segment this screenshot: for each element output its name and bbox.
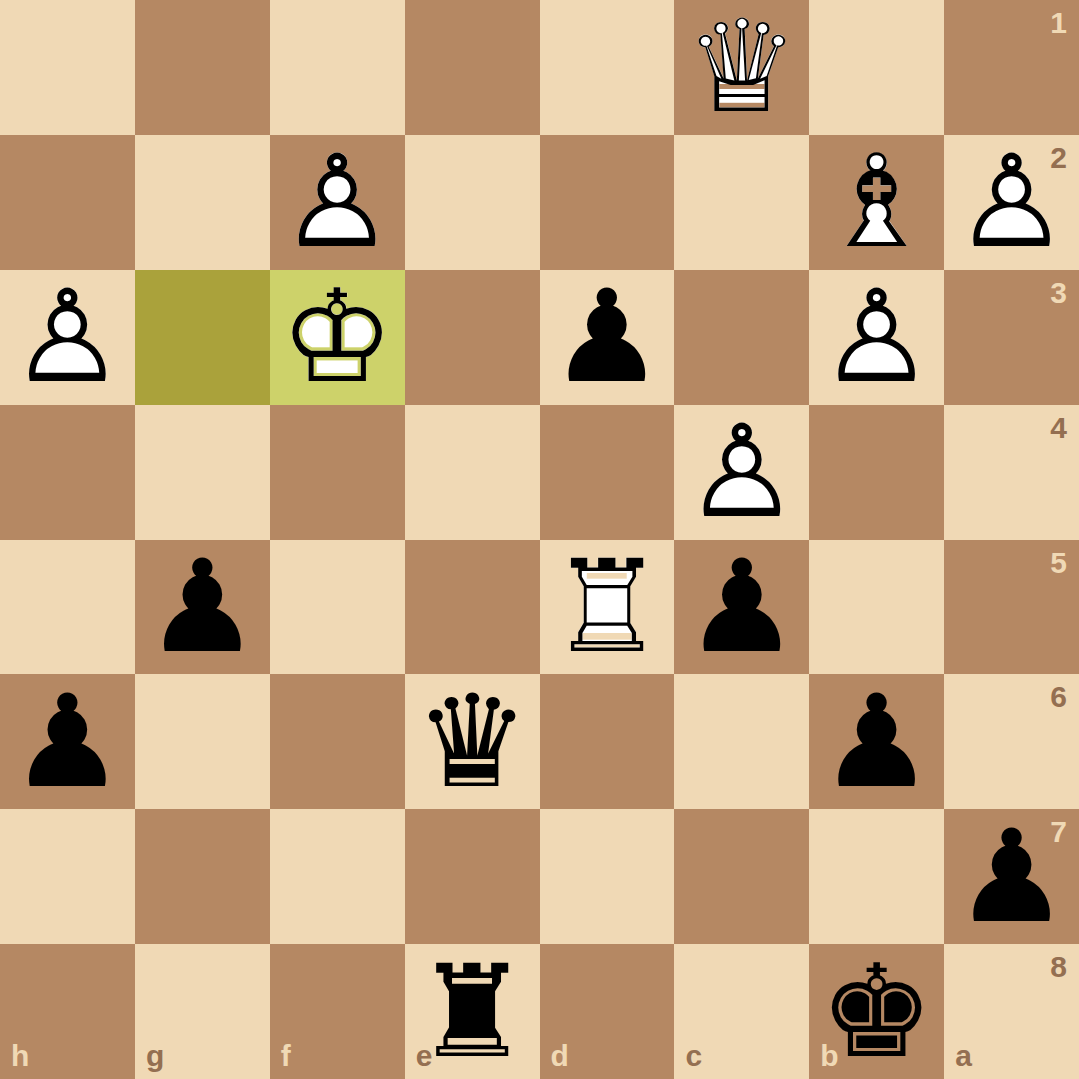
- file-label-h: h: [11, 1041, 29, 1071]
- square-e1[interactable]: [405, 0, 540, 135]
- square-e7[interactable]: [405, 809, 540, 944]
- square-b8[interactable]: ♚b: [809, 944, 944, 1079]
- square-a8[interactable]: a8: [944, 944, 1079, 1079]
- file-label-a: a: [955, 1041, 972, 1071]
- piece-white-pawn[interactable]: ♟♙: [0, 270, 135, 405]
- square-f3[interactable]: ♚♔: [270, 270, 405, 405]
- square-a3[interactable]: 3: [944, 270, 1079, 405]
- square-f6[interactable]: [270, 674, 405, 809]
- square-d7[interactable]: [540, 809, 675, 944]
- square-d2[interactable]: [540, 135, 675, 270]
- square-c2[interactable]: [674, 135, 809, 270]
- square-d5[interactable]: ♜♖: [540, 540, 675, 675]
- square-h5[interactable]: [0, 540, 135, 675]
- square-d3[interactable]: ♟: [540, 270, 675, 405]
- square-g6[interactable]: [135, 674, 270, 809]
- file-label-g: g: [146, 1041, 164, 1071]
- piece-black-pawn[interactable]: ♟: [135, 540, 270, 675]
- piece-glyph-outline: ♗: [809, 135, 944, 270]
- piece-glyph-fill: ♟: [540, 270, 675, 405]
- square-b2[interactable]: ♝♗: [809, 135, 944, 270]
- square-a6[interactable]: 6: [944, 674, 1079, 809]
- square-g2[interactable]: [135, 135, 270, 270]
- square-e8[interactable]: ♜e: [405, 944, 540, 1079]
- rank-label-6: 6: [1050, 682, 1067, 712]
- square-b4[interactable]: [809, 405, 944, 540]
- square-e5[interactable]: [405, 540, 540, 675]
- piece-glyph-fill: ♟: [0, 674, 135, 809]
- piece-black-pawn[interactable]: ♟: [674, 540, 809, 675]
- piece-black-pawn[interactable]: ♟: [944, 809, 1079, 944]
- piece-glyph-outline: ♙: [809, 270, 944, 405]
- square-g8[interactable]: g: [135, 944, 270, 1079]
- piece-black-king[interactable]: ♚: [809, 944, 944, 1079]
- square-h7[interactable]: [0, 809, 135, 944]
- square-e4[interactable]: [405, 405, 540, 540]
- piece-glyph-outline: ♙: [270, 135, 405, 270]
- piece-glyph-outline: ♖: [540, 540, 675, 675]
- square-f5[interactable]: [270, 540, 405, 675]
- piece-glyph-fill: ♛: [405, 674, 540, 809]
- piece-glyph-fill: ♟: [944, 809, 1079, 944]
- square-d8[interactable]: d: [540, 944, 675, 1079]
- square-b6[interactable]: ♟: [809, 674, 944, 809]
- square-c1[interactable]: ♛♕: [674, 0, 809, 135]
- square-h6[interactable]: ♟: [0, 674, 135, 809]
- piece-glyph-outline: ♙: [944, 135, 1079, 270]
- piece-glyph-outline: ♙: [674, 405, 809, 540]
- square-h4[interactable]: [0, 405, 135, 540]
- piece-white-bishop[interactable]: ♝♗: [809, 135, 944, 270]
- piece-glyph-fill: ♜: [405, 944, 540, 1079]
- piece-black-pawn[interactable]: ♟: [809, 674, 944, 809]
- square-h1[interactable]: [0, 0, 135, 135]
- file-label-f: f: [281, 1041, 291, 1071]
- square-e2[interactable]: [405, 135, 540, 270]
- square-c8[interactable]: c: [674, 944, 809, 1079]
- piece-glyph-fill: ♟: [135, 540, 270, 675]
- square-h3[interactable]: ♟♙: [0, 270, 135, 405]
- piece-black-queen[interactable]: ♛: [405, 674, 540, 809]
- piece-white-king[interactable]: ♚♔: [270, 270, 405, 405]
- piece-glyph-outline: ♔: [270, 270, 405, 405]
- rank-label-3: 3: [1050, 278, 1067, 308]
- rank-label-8: 8: [1050, 952, 1067, 982]
- square-e3[interactable]: [405, 270, 540, 405]
- square-e6[interactable]: ♛: [405, 674, 540, 809]
- square-b3[interactable]: ♟♙: [809, 270, 944, 405]
- square-g4[interactable]: [135, 405, 270, 540]
- square-f4[interactable]: [270, 405, 405, 540]
- square-a4[interactable]: 4: [944, 405, 1079, 540]
- square-b5[interactable]: [809, 540, 944, 675]
- rank-label-5: 5: [1050, 548, 1067, 578]
- piece-glyph-fill: ♟: [809, 674, 944, 809]
- square-g5[interactable]: ♟: [135, 540, 270, 675]
- piece-white-pawn[interactable]: ♟♙: [944, 135, 1079, 270]
- square-a7[interactable]: ♟7: [944, 809, 1079, 944]
- square-d1[interactable]: [540, 0, 675, 135]
- square-f7[interactable]: [270, 809, 405, 944]
- chess-board[interactable]: ♛♕1♟♙♝♗♟♙2♟♙♚♔♟♟♙3♟♙4♟♜♖♟5♟♛♟6♟7hgf♜edc♚…: [0, 0, 1079, 1079]
- square-c6[interactable]: [674, 674, 809, 809]
- square-b1[interactable]: [809, 0, 944, 135]
- piece-black-rook[interactable]: ♜: [405, 944, 540, 1079]
- square-g7[interactable]: [135, 809, 270, 944]
- square-g1[interactable]: [135, 0, 270, 135]
- piece-black-pawn[interactable]: ♟: [540, 270, 675, 405]
- piece-white-pawn[interactable]: ♟♙: [674, 405, 809, 540]
- piece-glyph-fill: ♚: [809, 944, 944, 1079]
- square-d6[interactable]: [540, 674, 675, 809]
- square-f2[interactable]: ♟♙: [270, 135, 405, 270]
- square-f1[interactable]: [270, 0, 405, 135]
- rank-label-4: 4: [1050, 413, 1067, 443]
- piece-glyph-outline: ♙: [0, 270, 135, 405]
- square-a2[interactable]: ♟♙2: [944, 135, 1079, 270]
- square-a5[interactable]: 5: [944, 540, 1079, 675]
- piece-glyph-outline: ♕: [674, 0, 809, 135]
- square-f8[interactable]: f: [270, 944, 405, 1079]
- square-h2[interactable]: [0, 135, 135, 270]
- square-c5[interactable]: ♟: [674, 540, 809, 675]
- square-c4[interactable]: ♟♙: [674, 405, 809, 540]
- rank-label-1: 1: [1050, 8, 1067, 38]
- square-a1[interactable]: 1: [944, 0, 1079, 135]
- square-h8[interactable]: h: [0, 944, 135, 1079]
- square-c7[interactable]: [674, 809, 809, 944]
- square-c3[interactable]: [674, 270, 809, 405]
- piece-white-rook[interactable]: ♜♖: [540, 540, 675, 675]
- piece-white-pawn[interactable]: ♟♙: [270, 135, 405, 270]
- square-g3[interactable]: [135, 270, 270, 405]
- square-b7[interactable]: [809, 809, 944, 944]
- file-label-c: c: [685, 1041, 702, 1071]
- piece-white-pawn[interactable]: ♟♙: [809, 270, 944, 405]
- file-label-d: d: [551, 1041, 569, 1071]
- square-d4[interactable]: [540, 405, 675, 540]
- piece-black-pawn[interactable]: ♟: [0, 674, 135, 809]
- piece-glyph-fill: ♟: [674, 540, 809, 675]
- piece-white-queen[interactable]: ♛♕: [674, 0, 809, 135]
